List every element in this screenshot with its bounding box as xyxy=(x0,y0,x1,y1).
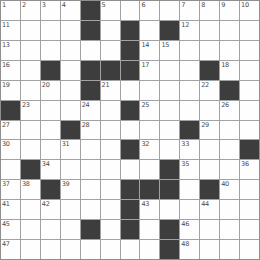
cell-r9c11[interactable] xyxy=(200,160,219,179)
cell-r6c9[interactable] xyxy=(160,101,179,120)
clue-number-37: 37 xyxy=(2,180,10,188)
cell-r13c9-block xyxy=(160,240,179,259)
cell-r4c8[interactable]: 17 xyxy=(140,61,159,80)
cell-r4c2[interactable] xyxy=(21,61,40,80)
cell-r11c10[interactable] xyxy=(180,200,199,219)
cell-r9c4[interactable] xyxy=(61,160,80,179)
clue-number-5: 5 xyxy=(102,1,106,9)
cell-r8c6[interactable] xyxy=(101,140,120,159)
cell-r12c9-block xyxy=(160,220,179,239)
clue-number-14: 14 xyxy=(141,41,149,49)
cell-r5c8[interactable] xyxy=(140,81,159,100)
cell-r11c3[interactable]: 42 xyxy=(41,200,60,219)
cell-r9c8[interactable] xyxy=(140,160,159,179)
cell-r12c6[interactable] xyxy=(101,220,120,239)
cell-r9c5[interactable] xyxy=(81,160,100,179)
clue-number-28: 28 xyxy=(82,121,90,129)
clue-number-9: 9 xyxy=(221,1,225,9)
cell-r4c3-block xyxy=(41,61,60,80)
clue-number-27: 27 xyxy=(2,121,10,129)
cell-r6c7-block xyxy=(121,101,140,120)
clue-number-22: 22 xyxy=(201,81,209,89)
cell-r8c3[interactable] xyxy=(41,140,60,159)
cell-r12c13[interactable] xyxy=(240,220,259,239)
cell-r9c7[interactable] xyxy=(121,160,140,179)
clue-number-25: 25 xyxy=(141,101,149,109)
cell-r11c2[interactable] xyxy=(21,200,40,219)
cell-r3c11[interactable] xyxy=(200,41,219,60)
cell-r13c7[interactable] xyxy=(121,240,140,259)
cell-r5c13[interactable] xyxy=(240,81,259,100)
cell-r6c3[interactable] xyxy=(41,101,60,120)
cell-r1c2[interactable]: 2 xyxy=(21,1,40,20)
cell-r2c7-block xyxy=(121,21,140,40)
clue-number-36: 36 xyxy=(241,160,249,168)
cell-r13c4[interactable] xyxy=(61,240,80,259)
cell-r7c7[interactable] xyxy=(121,121,140,140)
cell-r3c3[interactable] xyxy=(41,41,60,60)
cell-r9c12[interactable] xyxy=(220,160,239,179)
cell-r9c3[interactable]: 34 xyxy=(41,160,60,179)
cell-r7c5[interactable]: 28 xyxy=(81,121,100,140)
cell-r12c12[interactable] xyxy=(220,220,239,239)
cell-r7c2[interactable] xyxy=(21,121,40,140)
cell-r8c10[interactable]: 33 xyxy=(180,140,199,159)
cell-r13c6[interactable] xyxy=(101,240,120,259)
cell-r10c13[interactable] xyxy=(240,180,259,199)
cell-r1c9[interactable] xyxy=(160,1,179,20)
cell-r11c4[interactable] xyxy=(61,200,80,219)
crossword-grid: 1234567891011121314151617181920212223242… xyxy=(0,0,260,260)
cell-r2c5-block xyxy=(81,21,100,40)
cell-r7c10-block xyxy=(180,121,199,140)
cell-r10c8-block xyxy=(140,180,159,199)
cell-r5c5-block xyxy=(81,81,100,100)
cell-r7c12[interactable] xyxy=(220,121,239,140)
cell-r13c11[interactable] xyxy=(200,240,219,259)
cell-r5c10[interactable] xyxy=(180,81,199,100)
clue-number-21: 21 xyxy=(102,81,110,89)
cell-r2c2[interactable] xyxy=(21,21,40,40)
clue-number-3: 3 xyxy=(42,1,46,9)
cell-r9c2-block xyxy=(21,160,40,179)
cell-r10c1[interactable]: 37 xyxy=(1,180,20,199)
cell-r3c1[interactable]: 13 xyxy=(1,41,20,60)
cell-r8c12[interactable] xyxy=(220,140,239,159)
clue-number-38: 38 xyxy=(22,180,30,188)
cell-r7c11[interactable]: 29 xyxy=(200,121,219,140)
cell-r11c1[interactable]: 41 xyxy=(1,200,20,219)
cell-r3c7-block xyxy=(121,41,140,60)
clue-number-26: 26 xyxy=(221,101,229,109)
cell-r4c12[interactable]: 18 xyxy=(220,61,239,80)
clue-number-43: 43 xyxy=(141,200,149,208)
clue-number-20: 20 xyxy=(42,81,50,89)
cell-r1c10[interactable]: 7 xyxy=(180,1,199,20)
cell-r13c5[interactable] xyxy=(81,240,100,259)
cell-r4c1[interactable]: 16 xyxy=(1,61,20,80)
cell-r5c4[interactable] xyxy=(61,81,80,100)
cell-r12c5-block xyxy=(81,220,100,239)
cell-r13c2[interactable] xyxy=(21,240,40,259)
clue-number-44: 44 xyxy=(201,200,209,208)
clue-number-47: 47 xyxy=(2,240,10,248)
cell-r4c11-block xyxy=(200,61,219,80)
clue-number-6: 6 xyxy=(141,1,145,9)
cell-r10c3-block xyxy=(41,180,60,199)
cell-r8c11[interactable] xyxy=(200,140,219,159)
cell-r7c6[interactable] xyxy=(101,121,120,140)
cell-r10c5[interactable] xyxy=(81,180,100,199)
cell-r1c5-block xyxy=(81,1,100,20)
cell-r8c4[interactable]: 31 xyxy=(61,140,80,159)
cell-r7c9[interactable] xyxy=(160,121,179,140)
cell-r3c5[interactable] xyxy=(81,41,100,60)
cell-r8c7-block xyxy=(121,140,140,159)
cell-r3c9[interactable]: 15 xyxy=(160,41,179,60)
cell-r7c8[interactable] xyxy=(140,121,159,140)
cell-r6c5[interactable]: 24 xyxy=(81,101,100,120)
cell-r10c11-block xyxy=(200,180,219,199)
cell-r6c6[interactable] xyxy=(101,101,120,120)
clue-number-24: 24 xyxy=(82,101,90,109)
clue-number-2: 2 xyxy=(22,1,26,9)
cell-r11c12[interactable] xyxy=(220,200,239,219)
cell-r4c5-block xyxy=(81,61,100,80)
cell-r8c8[interactable]: 32 xyxy=(140,140,159,159)
cell-r3c8[interactable]: 14 xyxy=(140,41,159,60)
cell-r2c12[interactable] xyxy=(220,21,239,40)
clue-number-30: 30 xyxy=(2,140,10,148)
cell-r2c13[interactable] xyxy=(240,21,259,40)
clue-number-15: 15 xyxy=(161,41,169,49)
cell-r13c8[interactable] xyxy=(140,240,159,259)
cell-r6c13[interactable] xyxy=(240,101,259,120)
cell-r12c10[interactable]: 46 xyxy=(180,220,199,239)
cell-r6c1-block xyxy=(1,101,20,120)
clue-number-29: 29 xyxy=(201,121,209,129)
cell-r11c13[interactable] xyxy=(240,200,259,219)
clue-number-19: 19 xyxy=(2,81,10,89)
cell-r9c6[interactable] xyxy=(101,160,120,179)
cell-r3c4[interactable] xyxy=(61,41,80,60)
cell-r8c9[interactable] xyxy=(160,140,179,159)
cell-r7c1[interactable]: 27 xyxy=(1,121,20,140)
cell-r1c13[interactable]: 10 xyxy=(240,1,259,20)
cell-r13c10[interactable]: 48 xyxy=(180,240,199,259)
cell-r2c4[interactable] xyxy=(61,21,80,40)
clue-number-16: 16 xyxy=(2,61,10,69)
cell-r1c8[interactable]: 6 xyxy=(140,1,159,20)
cell-r1c11[interactable]: 8 xyxy=(200,1,219,20)
cell-r10c2[interactable]: 38 xyxy=(21,180,40,199)
cell-r2c9-block xyxy=(160,21,179,40)
cell-r2c1[interactable]: 11 xyxy=(1,21,20,40)
cell-r3c12[interactable] xyxy=(220,41,239,60)
cell-r7c4-block xyxy=(61,121,80,140)
cell-r3c2[interactable] xyxy=(21,41,40,60)
cell-r10c9-block xyxy=(160,180,179,199)
cell-r3c13[interactable] xyxy=(240,41,259,60)
cell-r5c9[interactable] xyxy=(160,81,179,100)
clue-number-48: 48 xyxy=(181,240,189,248)
clue-number-41: 41 xyxy=(2,200,10,208)
crossword-board: 1234567891011121314151617181920212223242… xyxy=(0,0,260,260)
cell-r12c1[interactable]: 45 xyxy=(1,220,20,239)
cell-r10c10[interactable] xyxy=(180,180,199,199)
cell-r7c3[interactable] xyxy=(41,121,60,140)
clue-number-34: 34 xyxy=(42,160,50,168)
cell-r1c4[interactable]: 4 xyxy=(61,1,80,20)
cell-r12c7-block xyxy=(121,220,140,239)
cell-r10c12[interactable]: 40 xyxy=(220,180,239,199)
cell-r6c4[interactable] xyxy=(61,101,80,120)
cell-r9c13[interactable]: 36 xyxy=(240,160,259,179)
clue-number-18: 18 xyxy=(221,61,229,69)
clue-number-33: 33 xyxy=(181,140,189,148)
clue-number-35: 35 xyxy=(181,160,189,168)
cell-r6c2[interactable]: 23 xyxy=(21,101,40,120)
cell-r4c7-block xyxy=(121,61,140,80)
cell-r5c7[interactable] xyxy=(121,81,140,100)
cell-r2c11[interactable] xyxy=(200,21,219,40)
cell-r6c10[interactable] xyxy=(180,101,199,120)
cell-r2c8[interactable] xyxy=(140,21,159,40)
cell-r6c12[interactable]: 26 xyxy=(220,101,239,120)
cell-r10c4[interactable]: 39 xyxy=(61,180,80,199)
cell-r5c12-block xyxy=(220,81,239,100)
cell-r6c8[interactable]: 25 xyxy=(140,101,159,120)
cell-r9c10[interactable]: 35 xyxy=(180,160,199,179)
cell-r11c9[interactable] xyxy=(160,200,179,219)
cell-r1c7[interactable] xyxy=(121,1,140,20)
cell-r5c11[interactable]: 22 xyxy=(200,81,219,100)
cell-r11c5[interactable] xyxy=(81,200,100,219)
cell-r9c9-block xyxy=(160,160,179,179)
clue-number-10: 10 xyxy=(241,1,249,9)
cell-r12c2[interactable] xyxy=(21,220,40,239)
clue-number-4: 4 xyxy=(62,1,66,9)
clue-number-31: 31 xyxy=(62,140,70,148)
cell-r4c6-block xyxy=(101,61,120,80)
cell-r8c5[interactable] xyxy=(81,140,100,159)
cell-r13c1[interactable]: 47 xyxy=(1,240,20,259)
cell-r12c3[interactable] xyxy=(41,220,60,239)
cell-r10c7-block xyxy=(121,180,140,199)
cell-r10c6[interactable] xyxy=(101,180,120,199)
cell-r3c10[interactable] xyxy=(180,41,199,60)
cell-r2c6[interactable] xyxy=(101,21,120,40)
cell-r7c13[interactable] xyxy=(240,121,259,140)
clue-number-45: 45 xyxy=(2,220,10,228)
clue-number-13: 13 xyxy=(2,41,10,49)
cell-r2c3[interactable] xyxy=(41,21,60,40)
cell-r13c13[interactable] xyxy=(240,240,259,259)
cell-r12c8[interactable] xyxy=(140,220,159,239)
clue-number-8: 8 xyxy=(201,1,205,9)
cell-r5c1[interactable]: 19 xyxy=(1,81,20,100)
cell-r11c8[interactable]: 43 xyxy=(140,200,159,219)
cell-r5c6[interactable]: 21 xyxy=(101,81,120,100)
cell-r12c4[interactable] xyxy=(61,220,80,239)
cell-r11c11[interactable]: 44 xyxy=(200,200,219,219)
cell-r5c3[interactable]: 20 xyxy=(41,81,60,100)
clue-number-39: 39 xyxy=(62,180,70,188)
clue-number-23: 23 xyxy=(22,101,30,109)
clue-number-17: 17 xyxy=(141,61,149,69)
cell-r4c9[interactable] xyxy=(160,61,179,80)
clue-number-11: 11 xyxy=(2,21,10,29)
cell-r12c11[interactable] xyxy=(200,220,219,239)
cell-r8c1[interactable]: 30 xyxy=(1,140,20,159)
clue-number-32: 32 xyxy=(141,140,149,148)
cell-r2c10[interactable]: 12 xyxy=(180,21,199,40)
clue-number-7: 7 xyxy=(181,1,185,9)
cell-r1c1[interactable]: 1 xyxy=(1,1,20,20)
clue-number-40: 40 xyxy=(221,180,229,188)
clue-number-1: 1 xyxy=(2,1,6,9)
cell-r4c13[interactable] xyxy=(240,61,259,80)
cell-r9c1[interactable] xyxy=(1,160,20,179)
cell-r4c4[interactable] xyxy=(61,61,80,80)
cell-r13c12[interactable] xyxy=(220,240,239,259)
clue-number-12: 12 xyxy=(181,21,189,29)
cell-r1c3[interactable]: 3 xyxy=(41,1,60,20)
cell-r11c7-block xyxy=(121,200,140,219)
clue-number-46: 46 xyxy=(181,220,189,228)
cell-r3c6[interactable] xyxy=(101,41,120,60)
cell-r1c6[interactable]: 5 xyxy=(101,1,120,20)
cell-r8c13-block xyxy=(240,140,259,159)
cell-r1c12[interactable]: 9 xyxy=(220,1,239,20)
clue-number-42: 42 xyxy=(42,200,50,208)
cell-r13c3[interactable] xyxy=(41,240,60,259)
cell-r11c6[interactable] xyxy=(101,200,120,219)
cell-r8c2[interactable] xyxy=(21,140,40,159)
cell-r4c10[interactable] xyxy=(180,61,199,80)
cell-r6c11[interactable] xyxy=(200,101,219,120)
cell-r5c2[interactable] xyxy=(21,81,40,100)
